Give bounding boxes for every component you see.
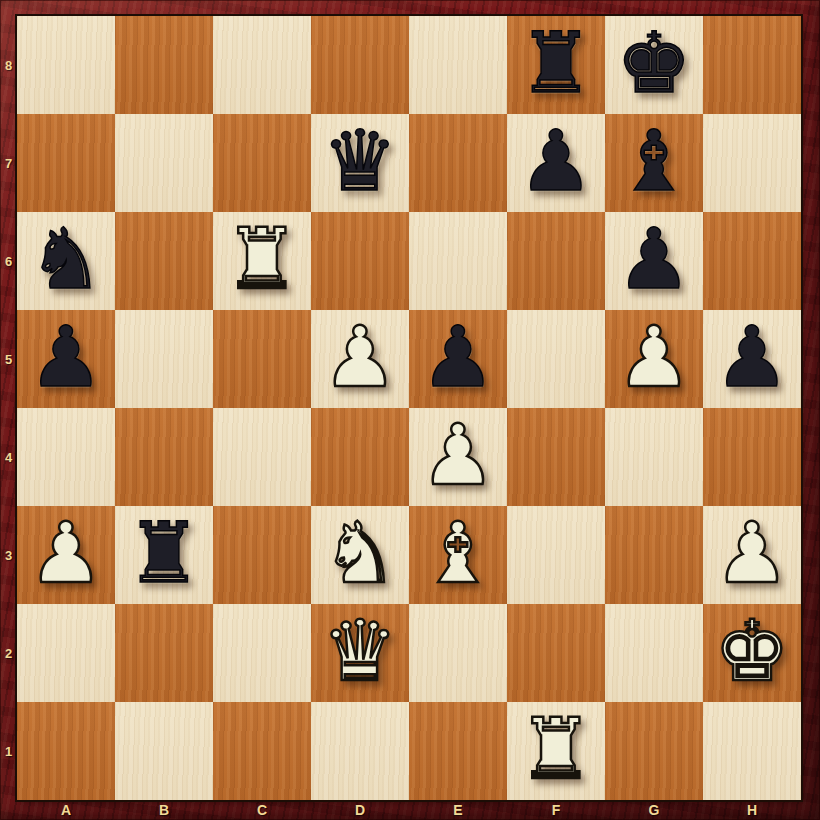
square-g8[interactable]: ♚ — [605, 16, 703, 114]
file-label-c: C — [213, 800, 311, 820]
square-f6[interactable] — [507, 212, 605, 310]
square-f1[interactable]: ♜ — [507, 702, 605, 800]
square-b7[interactable] — [115, 114, 213, 212]
white-bishop-icon[interactable]: ♝ — [420, 511, 495, 595]
square-h2[interactable]: ♚ — [703, 604, 801, 702]
black-pawn-icon[interactable]: ♟ — [420, 315, 495, 399]
square-b1[interactable] — [115, 702, 213, 800]
square-e1[interactable] — [409, 702, 507, 800]
white-queen-icon[interactable]: ♛ — [322, 609, 397, 693]
rank-labels: 87654321 — [0, 16, 17, 800]
square-d3[interactable]: ♞ — [311, 506, 409, 604]
square-h1[interactable] — [703, 702, 801, 800]
square-g4[interactable] — [605, 408, 703, 506]
square-c7[interactable] — [213, 114, 311, 212]
black-pawn-icon[interactable]: ♟ — [714, 315, 789, 399]
square-d6[interactable] — [311, 212, 409, 310]
file-label-d: D — [311, 800, 409, 820]
square-c3[interactable] — [213, 506, 311, 604]
square-g7[interactable]: ♝ — [605, 114, 703, 212]
square-c4[interactable] — [213, 408, 311, 506]
rank-label-4: 4 — [0, 408, 17, 506]
square-e4[interactable]: ♟ — [409, 408, 507, 506]
square-g2[interactable] — [605, 604, 703, 702]
square-b8[interactable] — [115, 16, 213, 114]
square-c5[interactable] — [213, 310, 311, 408]
white-pawn-icon[interactable]: ♟ — [714, 511, 789, 595]
file-label-e: E — [409, 800, 507, 820]
square-h5[interactable]: ♟ — [703, 310, 801, 408]
square-d8[interactable] — [311, 16, 409, 114]
square-g3[interactable] — [605, 506, 703, 604]
black-knight-icon[interactable]: ♞ — [28, 217, 103, 301]
square-h4[interactable] — [703, 408, 801, 506]
white-pawn-icon[interactable]: ♟ — [28, 511, 103, 595]
black-rook-icon[interactable]: ♜ — [518, 21, 593, 105]
square-g1[interactable] — [605, 702, 703, 800]
black-king-icon[interactable]: ♚ — [616, 21, 691, 105]
square-e2[interactable] — [409, 604, 507, 702]
square-b2[interactable] — [115, 604, 213, 702]
square-d2[interactable]: ♛ — [311, 604, 409, 702]
square-f5[interactable] — [507, 310, 605, 408]
rank-label-2: 2 — [0, 604, 17, 702]
white-rook-icon[interactable]: ♜ — [518, 707, 593, 791]
square-a2[interactable] — [17, 604, 115, 702]
square-g6[interactable]: ♟ — [605, 212, 703, 310]
square-e3[interactable]: ♝ — [409, 506, 507, 604]
square-c8[interactable] — [213, 16, 311, 114]
black-pawn-icon[interactable]: ♟ — [616, 217, 691, 301]
square-b5[interactable] — [115, 310, 213, 408]
rank-label-5: 5 — [0, 310, 17, 408]
rank-label-7: 7 — [0, 114, 17, 212]
square-a7[interactable] — [17, 114, 115, 212]
square-d1[interactable] — [311, 702, 409, 800]
square-d5[interactable]: ♟ — [311, 310, 409, 408]
file-label-g: G — [605, 800, 703, 820]
square-f7[interactable]: ♟ — [507, 114, 605, 212]
chess-board-frame: ♜♚♛♟♝♞♜♟♟♟♟♟♟♟♟♜♞♝♟♛♚♜ 87654321 ABCDEFGH — [0, 0, 820, 820]
rank-label-1: 1 — [0, 702, 17, 800]
square-g5[interactable]: ♟ — [605, 310, 703, 408]
square-a1[interactable] — [17, 702, 115, 800]
square-c1[interactable] — [213, 702, 311, 800]
square-b4[interactable] — [115, 408, 213, 506]
black-pawn-icon[interactable]: ♟ — [518, 119, 593, 203]
black-bishop-icon[interactable]: ♝ — [616, 119, 691, 203]
white-pawn-icon[interactable]: ♟ — [616, 315, 691, 399]
square-d7[interactable]: ♛ — [311, 114, 409, 212]
square-f3[interactable] — [507, 506, 605, 604]
square-b3[interactable]: ♜ — [115, 506, 213, 604]
square-e6[interactable] — [409, 212, 507, 310]
black-rook-icon[interactable]: ♜ — [126, 511, 201, 595]
square-h7[interactable] — [703, 114, 801, 212]
square-h8[interactable] — [703, 16, 801, 114]
file-label-h: H — [703, 800, 801, 820]
square-c2[interactable] — [213, 604, 311, 702]
rank-label-8: 8 — [0, 16, 17, 114]
rank-label-6: 6 — [0, 212, 17, 310]
file-labels: ABCDEFGH — [17, 800, 801, 820]
square-f4[interactable] — [507, 408, 605, 506]
white-pawn-icon[interactable]: ♟ — [420, 413, 495, 497]
white-rook-icon[interactable]: ♜ — [224, 217, 299, 301]
square-a4[interactable] — [17, 408, 115, 506]
square-e7[interactable] — [409, 114, 507, 212]
square-a8[interactable] — [17, 16, 115, 114]
square-c6[interactable]: ♜ — [213, 212, 311, 310]
square-h3[interactable]: ♟ — [703, 506, 801, 604]
white-knight-icon[interactable]: ♞ — [322, 511, 397, 595]
file-label-a: A — [17, 800, 115, 820]
square-e8[interactable] — [409, 16, 507, 114]
file-label-f: F — [507, 800, 605, 820]
square-d4[interactable] — [311, 408, 409, 506]
file-label-b: B — [115, 800, 213, 820]
square-a5[interactable]: ♟ — [17, 310, 115, 408]
black-queen-icon[interactable]: ♛ — [322, 119, 397, 203]
black-pawn-icon[interactable]: ♟ — [28, 315, 103, 399]
square-e5[interactable]: ♟ — [409, 310, 507, 408]
square-f2[interactable] — [507, 604, 605, 702]
square-h6[interactable] — [703, 212, 801, 310]
white-king-icon[interactable]: ♚ — [714, 609, 789, 693]
white-pawn-icon[interactable]: ♟ — [322, 315, 397, 399]
chess-board: ♜♚♛♟♝♞♜♟♟♟♟♟♟♟♟♜♞♝♟♛♚♜ — [17, 16, 801, 800]
square-b6[interactable] — [115, 212, 213, 310]
rank-label-3: 3 — [0, 506, 17, 604]
square-a3[interactable]: ♟ — [17, 506, 115, 604]
square-f8[interactable]: ♜ — [507, 16, 605, 114]
square-a6[interactable]: ♞ — [17, 212, 115, 310]
